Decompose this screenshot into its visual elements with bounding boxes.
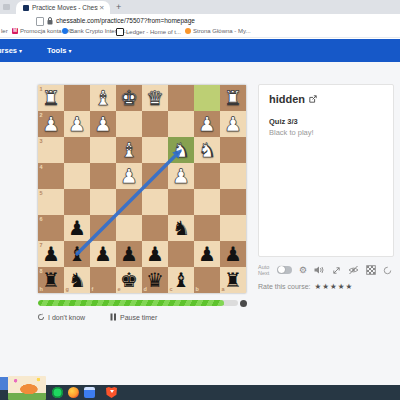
square-a7[interactable]: ♟ xyxy=(220,241,246,267)
piece-black-pawn[interactable]: ♟ xyxy=(194,241,220,267)
coord-rank-4: 4 xyxy=(40,164,43,170)
square-a3[interactable] xyxy=(220,137,246,163)
square-e3[interactable]: ♝ xyxy=(116,137,142,163)
square-c3[interactable]: ♞ xyxy=(168,137,194,163)
square-a8[interactable]: ♜a xyxy=(220,267,246,293)
square-f1[interactable]: ♝ xyxy=(90,85,116,111)
square-h4[interactable]: 4 xyxy=(38,163,64,189)
square-g1[interactable] xyxy=(64,85,90,111)
volume-icon[interactable] xyxy=(314,265,325,275)
coord-file-d: d xyxy=(144,286,147,292)
bookmark-item[interactable]: ler xyxy=(1,28,8,34)
square-d2[interactable] xyxy=(142,111,168,137)
coord-file-f: f xyxy=(92,286,94,292)
bookmark-favicon-icon: M xyxy=(12,28,18,34)
coord-file-e: e xyxy=(118,286,121,292)
quiz-counter: Quiz 3/3 xyxy=(269,117,298,126)
square-g8[interactable]: ♞g xyxy=(64,267,90,293)
piece-white-knight[interactable]: ♞ xyxy=(168,137,194,163)
piece-white-pawn[interactable]: ♟ xyxy=(116,163,142,189)
square-a2[interactable]: ♟ xyxy=(220,111,246,137)
bookmark-favicon-icon xyxy=(116,28,124,36)
square-f4[interactable] xyxy=(90,163,116,189)
square-g4[interactable] xyxy=(64,163,90,189)
chessable-favicon-icon xyxy=(23,5,29,11)
pause-timer-button[interactable]: Pause timer xyxy=(110,313,157,321)
piece-white-pawn[interactable]: ♟ xyxy=(64,111,90,137)
progress-dot xyxy=(240,300,247,307)
browser-tab[interactable]: Practice Moves - Chessable ✕ xyxy=(16,1,110,14)
star-rating[interactable]: ★★★★★ xyxy=(315,282,354,291)
pause-icon xyxy=(110,313,117,321)
square-g5[interactable] xyxy=(64,189,90,215)
piece-black-pawn[interactable]: ♟ xyxy=(142,241,168,267)
analysis-board-icon[interactable] xyxy=(366,265,376,275)
square-g7[interactable]: ♝ xyxy=(64,241,90,267)
bookmarks-bar: ler M Promocja konta - K... Bank Crypto … xyxy=(0,26,400,38)
square-f3[interactable] xyxy=(90,137,116,163)
course-title-link[interactable]: hidden xyxy=(269,93,317,105)
piece-white-pawn[interactable]: ♟ xyxy=(90,111,116,137)
spotify-icon[interactable] xyxy=(52,387,63,398)
piece-white-pawn[interactable]: ♟ xyxy=(168,163,194,189)
square-e1[interactable]: ♚ xyxy=(116,85,142,111)
loop-icon[interactable] xyxy=(383,266,392,275)
square-h7[interactable]: ♟7 xyxy=(38,241,64,267)
coord-file-a: a xyxy=(222,286,225,292)
progress-bar xyxy=(38,300,238,306)
square-c2[interactable] xyxy=(168,111,194,137)
coord-file-c: c xyxy=(170,286,173,292)
retry-icon xyxy=(37,313,45,321)
piece-white-queen[interactable]: ♛ xyxy=(142,85,168,111)
coord-file-b: b xyxy=(196,286,199,292)
square-b4[interactable] xyxy=(194,163,220,189)
url-text[interactable]: chessable.com/practice/75507?from=homepa… xyxy=(56,17,195,24)
tab-close-icon[interactable]: ✕ xyxy=(99,4,104,12)
piece-black-bishop[interactable]: ♝ xyxy=(64,241,90,267)
square-c5[interactable] xyxy=(168,189,194,215)
square-d3[interactable] xyxy=(142,137,168,163)
square-d6[interactable] xyxy=(142,215,168,241)
square-c7[interactable] xyxy=(168,241,194,267)
piece-black-pawn[interactable]: ♟ xyxy=(90,241,116,267)
piece-black-pawn[interactable]: ♟ xyxy=(116,241,142,267)
square-f7[interactable]: ♟ xyxy=(90,241,116,267)
square-b3[interactable]: ♞ xyxy=(194,137,220,163)
bookmark-item[interactable]: Strona Główna - My... xyxy=(185,28,251,34)
coord-file-g: g xyxy=(66,286,69,292)
square-h8[interactable]: ♜8h xyxy=(38,267,64,293)
square-c1[interactable] xyxy=(168,85,194,111)
square-b1[interactable] xyxy=(194,85,220,111)
piece-white-rook[interactable]: ♜ xyxy=(220,85,246,111)
coord-file-h: h xyxy=(40,286,43,292)
i-dont-know-button[interactable]: I don't know xyxy=(37,313,85,321)
progress-fill xyxy=(38,300,224,306)
square-f2[interactable]: ♟ xyxy=(90,111,116,137)
square-g2[interactable]: ♟ xyxy=(64,111,90,137)
auto-next-toggle[interactable] xyxy=(277,266,292,275)
square-e6[interactable] xyxy=(116,215,142,241)
browser-tab-strip: Practice Moves - Chessable ✕ + xyxy=(0,0,400,14)
square-a1[interactable]: ♜ xyxy=(220,85,246,111)
square-c6[interactable]: ♞ xyxy=(168,215,194,241)
desktop-fragment xyxy=(0,377,8,390)
square-e8[interactable]: ♚e xyxy=(116,267,142,293)
piece-white-pawn[interactable]: ♟ xyxy=(194,111,220,137)
nav-tools[interactable]: Tools▾ xyxy=(47,46,71,55)
side-to-play-prompt: Black to play! xyxy=(269,128,314,137)
page-content: ♜1♝♚♛♜♟2♟♟♟♟3♝♞♞4♟♟56♟♞♟7♝♟♟♟♟♟♜8h♞gf♚e♛… xyxy=(0,62,400,385)
square-b8[interactable]: b xyxy=(194,267,220,293)
square-a4[interactable] xyxy=(220,163,246,189)
square-h3[interactable]: 3 xyxy=(38,137,64,163)
chess-board[interactable]: ♜1♝♚♛♜♟2♟♟♟♟3♝♞♞4♟♟56♟♞♟7♝♟♟♟♟♟♜8h♞gf♚e♛… xyxy=(38,85,246,293)
coord-rank-2: 2 xyxy=(40,112,43,118)
lesson-card: hidden Quiz 3/3 Black to play! xyxy=(258,84,394,257)
rate-course-row: Rate this course: ★★★★★ xyxy=(258,282,353,291)
site-navbar: Courses▾ Tools▾ xyxy=(0,39,400,62)
square-g6[interactable]: ♟ xyxy=(64,215,90,241)
bookmark-item[interactable]: Ledger - Home of t... xyxy=(116,28,181,36)
piece-white-bishop[interactable]: ♝ xyxy=(116,137,142,163)
square-g3[interactable] xyxy=(64,137,90,163)
coord-rank-7: 7 xyxy=(40,242,43,248)
piece-white-knight[interactable]: ♞ xyxy=(194,137,220,163)
chevron-down-icon: ▾ xyxy=(19,48,22,54)
new-tab-button[interactable]: + xyxy=(116,1,121,13)
external-link-icon xyxy=(309,95,317,103)
square-f6[interactable] xyxy=(90,215,116,241)
screen: Practice Moves - Chessable ✕ + chessable… xyxy=(0,0,400,400)
piece-white-king[interactable]: ♚ xyxy=(116,85,142,111)
square-a5[interactable] xyxy=(220,189,246,215)
toggle-knob xyxy=(278,266,285,273)
tab-title: Practice Moves - Chessable xyxy=(32,4,98,11)
coord-rank-6: 6 xyxy=(40,216,43,222)
square-b5[interactable] xyxy=(194,189,220,215)
rate-course-label: Rate this course: xyxy=(258,283,311,290)
piece-black-pawn[interactable]: ♟ xyxy=(220,241,246,267)
square-b6[interactable] xyxy=(194,215,220,241)
square-e5[interactable] xyxy=(116,189,142,215)
hide-board-eye-slash-icon[interactable] xyxy=(348,265,359,275)
square-f8[interactable]: f xyxy=(90,267,116,293)
resize-icon[interactable] xyxy=(332,266,341,275)
coord-rank-8: 8 xyxy=(40,268,43,274)
lock-icon xyxy=(47,17,53,25)
square-d4[interactable] xyxy=(142,163,168,189)
coord-rank-5: 5 xyxy=(40,190,43,196)
nav-courses[interactable]: Courses▾ xyxy=(0,46,22,55)
bookmark-favicon-icon xyxy=(185,28,191,34)
bookmark-favicon-icon xyxy=(62,28,68,34)
coord-rank-1: 1 xyxy=(40,86,43,92)
square-e7[interactable]: ♟ xyxy=(116,241,142,267)
square-b2[interactable]: ♟ xyxy=(194,111,220,137)
piece-black-pawn[interactable]: ♟ xyxy=(64,215,90,241)
square-c4[interactable]: ♟ xyxy=(168,163,194,189)
square-e4[interactable]: ♟ xyxy=(116,163,142,189)
piece-white-pawn[interactable]: ♟ xyxy=(220,111,246,137)
tab-strip-overflow-icon[interactable] xyxy=(3,4,10,10)
square-d1[interactable]: ♛ xyxy=(142,85,168,111)
square-b7[interactable]: ♟ xyxy=(194,241,220,267)
square-f5[interactable] xyxy=(90,189,116,215)
piece-black-knight[interactable]: ♞ xyxy=(168,215,194,241)
square-a6[interactable] xyxy=(220,215,246,241)
square-h6[interactable]: 6 xyxy=(38,215,64,241)
wallpaper-thumbnail xyxy=(8,376,46,400)
piece-white-bishop[interactable]: ♝ xyxy=(90,85,116,111)
device-icon[interactable] xyxy=(36,17,44,26)
settings-gear-icon[interactable]: ⚙ xyxy=(299,265,307,275)
coord-rank-3: 3 xyxy=(40,138,43,144)
square-h1[interactable]: ♜1 xyxy=(38,85,64,111)
chevron-down-icon: ▾ xyxy=(68,48,71,54)
firefox-icon[interactable] xyxy=(68,387,79,398)
square-e2[interactable] xyxy=(116,111,142,137)
square-h2[interactable]: ♟2 xyxy=(38,111,64,137)
square-d5[interactable] xyxy=(142,189,168,215)
address-bar[interactable]: chessable.com/practice/75507?from=homepa… xyxy=(0,14,400,26)
square-c8[interactable]: ♝c xyxy=(168,267,194,293)
calculator-icon[interactable] xyxy=(84,387,95,398)
square-h5[interactable]: 5 xyxy=(38,189,64,215)
auto-next-label: Auto Next xyxy=(258,264,274,276)
square-d7[interactable]: ♟ xyxy=(142,241,168,267)
trainer-controls: Auto Next ⚙ xyxy=(258,263,392,277)
square-d8[interactable]: ♛d xyxy=(142,267,168,293)
